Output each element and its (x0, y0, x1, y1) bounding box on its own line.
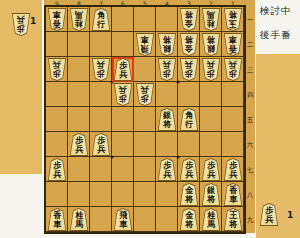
shogi-piece-3c[interactable]: 歩兵 (179, 58, 199, 81)
piece-face: 角行 (92, 9, 110, 30)
shogi-piece-3b[interactable]: 金将 (179, 33, 199, 56)
piece-face: 歩兵 (180, 159, 198, 180)
piece-face: 歩兵 (202, 59, 220, 80)
shogi-piece-8i[interactable]: 桂馬 (69, 208, 89, 231)
shogi-piece-2i[interactable]: 桂馬 (201, 208, 221, 231)
rank-label-6: 六 (245, 141, 255, 150)
piece-face: 歩兵 (158, 59, 176, 80)
piece-face: 桂馬 (202, 209, 220, 230)
star-point (177, 156, 180, 159)
shogi-piece-1a[interactable]: 玉将 (223, 8, 243, 31)
rank-label-8: 八 (245, 191, 255, 200)
piece-face: 銀将 (158, 34, 176, 55)
piece-face: 桂馬 (70, 9, 88, 30)
shogi-piece-1h[interactable]: 香車 (223, 183, 243, 206)
piece-face: 歩兵 (136, 84, 154, 105)
shogi-piece-9c[interactable]: 歩兵 (47, 58, 67, 81)
shogi-piece-5b[interactable]: 飛車 (135, 33, 155, 56)
piece-face: 金将 (180, 34, 198, 55)
gote-hand-pawn-count: 1 (30, 16, 36, 26)
piece-face: 飛車 (114, 209, 132, 230)
piece-face: 歩兵 (92, 134, 110, 155)
piece-face: 香車 (224, 34, 242, 55)
piece-face: 歩兵 (180, 59, 198, 80)
shogi-piece-9i[interactable]: 香車 (47, 208, 67, 231)
piece-face: 香車 (48, 209, 66, 230)
shogi-piece-6d[interactable]: 歩兵 (113, 83, 133, 106)
board[interactable]: 香車桂馬角行金将桂馬玉将飛車銀将金将銀将香車歩兵歩兵歩兵歩兵歩兵歩兵歩兵歩兵歩兵… (44, 5, 246, 234)
analysis-status-label: 検討中 (260, 5, 292, 18)
shogi-piece-5d[interactable]: 歩兵 (135, 83, 155, 106)
sente-hand-pawn-count: 1 (287, 210, 293, 220)
piece-face: 歩兵 (48, 59, 66, 80)
piece-face: 歩兵 (224, 59, 242, 80)
piece-face: 銀将 (202, 34, 220, 55)
shogi-piece-1g[interactable]: 歩兵 (223, 158, 243, 181)
shogi-piece-2c[interactable]: 歩兵 (201, 58, 221, 81)
turn-indicator-label: 後手番 (260, 29, 292, 42)
shogi-piece-4g[interactable]: 歩兵 (157, 158, 177, 181)
shogi-piece-4e[interactable]: 銀将 (157, 108, 177, 131)
shogi-piece-8f[interactable]: 歩兵 (69, 133, 89, 156)
shogi-piece-2h[interactable]: 銀将 (201, 183, 221, 206)
shogi-piece-7c[interactable]: 歩兵 (91, 58, 111, 81)
star-point (111, 156, 114, 159)
piece-face: 金将 (180, 184, 198, 205)
piece-face: 角行 (180, 109, 198, 130)
rank-label-7: 七 (245, 166, 255, 175)
shogi-piece-3h[interactable]: 金将 (179, 183, 199, 206)
shogi-piece-1c[interactable]: 歩兵 (223, 58, 243, 81)
shogi-piece-1i[interactable]: 王将 (223, 208, 243, 231)
shogi-piece-6i[interactable]: 飛車 (113, 208, 133, 231)
piece-face: 桂馬 (70, 209, 88, 230)
rank-label-2: 二 (245, 41, 255, 50)
rank-label-1: 一 (245, 16, 255, 25)
shogi-piece-7f[interactable]: 歩兵 (91, 133, 111, 156)
shogi-piece-9g[interactable]: 歩兵 (47, 158, 67, 181)
shogi-piece-3g[interactable]: 歩兵 (179, 158, 199, 181)
piece-face: 香車 (48, 9, 66, 30)
shogi-piece-3a[interactable]: 金将 (179, 8, 199, 31)
piece-face: 歩兵 (114, 84, 132, 105)
star-point (177, 81, 180, 84)
shogi-piece-2b[interactable]: 銀将 (201, 33, 221, 56)
rank-label-4: 四 (245, 91, 255, 100)
shogi-piece-3i[interactable]: 金将 (179, 208, 199, 231)
piece-face: 銀将 (202, 184, 220, 205)
shogi-piece-2g[interactable]: 歩兵 (201, 158, 221, 181)
shogi-piece-4c[interactable]: 歩兵 (157, 58, 177, 81)
rank-label-5: 五 (245, 116, 255, 125)
shogi-piece-4b[interactable]: 銀将 (157, 33, 177, 56)
piece-face: 銀将 (158, 109, 176, 130)
piece-face: 金将 (180, 209, 198, 230)
shogi-analysis-window: 検討中 後手番 987654321 一二三四五六七八九 香車桂馬角行金将桂馬玉将… (0, 0, 300, 238)
piece-face: 歩兵 (158, 159, 176, 180)
piece-face: 歩兵 (70, 134, 88, 155)
piece-face: 歩兵 (202, 159, 220, 180)
piece-face: 歩兵 (48, 159, 66, 180)
piece-face: 香車 (224, 184, 242, 205)
piece-face: 王将 (224, 209, 242, 230)
piece-face: 歩兵 (92, 59, 110, 80)
piece-face: 飛車 (136, 34, 154, 55)
shogi-piece-8a[interactable]: 桂馬 (69, 8, 89, 31)
piece-face: 歩兵 (224, 159, 242, 180)
piece-face: 金将 (180, 9, 198, 30)
shogi-piece-7a[interactable]: 角行 (91, 8, 111, 31)
shogi-piece-1b[interactable]: 香車 (223, 33, 243, 56)
rank-label-9: 九 (245, 216, 255, 225)
rank-label-3: 三 (245, 66, 255, 75)
shogi-piece-2a[interactable]: 桂馬 (201, 8, 221, 31)
shogi-piece-3e[interactable]: 角行 (179, 108, 199, 131)
shogi-piece-9a[interactable]: 香車 (47, 8, 67, 31)
piece-face: 玉将 (224, 9, 242, 30)
piece-face: 桂馬 (202, 9, 220, 30)
